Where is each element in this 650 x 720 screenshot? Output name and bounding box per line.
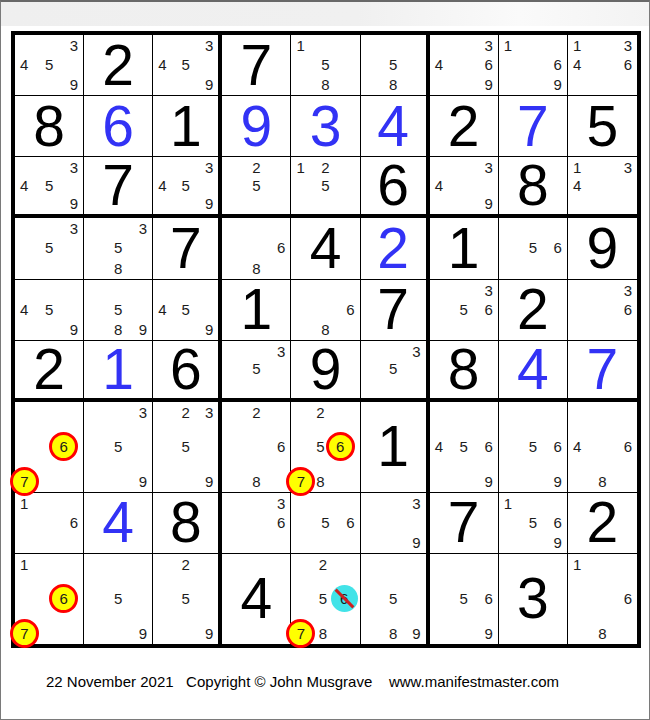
candidate-slot: 5 [315,513,336,532]
cell-r2c9[interactable]: 5 [568,96,637,157]
candidate-digit: 9 [70,77,78,92]
candidate-slot: 9 [474,74,495,93]
candidate-slot: 5 [453,584,474,613]
cell-r2c8[interactable]: 7 [499,96,568,157]
candidate-slot: 9 [544,74,565,93]
candidate-digit: 6 [484,591,492,606]
footer-copyright: Copyright © John Musgrave [186,673,372,690]
given-digit: 2 [430,96,498,156]
given-digit: 6 [153,341,218,398]
cell-r4c3[interactable]: 7 [153,218,222,279]
cell-r7c3[interactable]: 2359 [153,402,222,493]
given-digit: 9 [291,341,359,398]
candidate-slot: 5 [522,432,543,461]
candidate-slot: 4 [17,176,38,194]
candidate-slot: 1 [570,36,592,55]
candidate-digit: 5 [182,302,190,317]
candidate-digit: 1 [573,160,581,175]
solved-digit: 4 [84,493,152,553]
cell-r8c9[interactable]: 2 [568,493,637,554]
candidate-digit: 8 [252,261,260,276]
candidate-slot: 2 [315,158,336,176]
cell-r8c5[interactable]: 56 [291,493,360,554]
candidate-digit: 8 [252,474,260,489]
candidate-digit: 9 [412,626,420,641]
cell-r6c5[interactable]: 9 [291,341,360,402]
candidate-slot: 4 [570,432,592,461]
cell-r9c8[interactable]: 3 [499,554,568,644]
cell-r5c7[interactable]: 356 [430,280,499,341]
candidate-slot: 9 [196,74,216,93]
candidate-digit: 5 [182,591,190,606]
candidate-slot: 4 [155,55,175,74]
candidate-digit: 5 [252,178,260,193]
candidate-slot: 5 [315,176,336,194]
candidate-digit: 2 [321,160,329,175]
candidate-slot: 7 [17,613,39,642]
candidate-slot: 7 [293,613,315,642]
candidate-digit: 1 [504,38,512,53]
candidate-slot: 6 [267,432,288,461]
candidate-digit: 3 [205,160,213,175]
candidate-digit: 9 [554,474,562,489]
cell-r3c9[interactable]: 134 [568,157,637,218]
candidate-digit: 6 [484,302,492,317]
cell-r7c2[interactable]: 359 [84,402,153,493]
candidate-digit: 8 [598,474,606,489]
candidate-slot: 4 [570,176,592,194]
cell-r7c7[interactable]: 4569 [430,402,499,493]
candidate-digit: 6 [484,57,492,72]
candidate-slot: 1 [501,36,522,55]
candidate-slot: 9 [544,532,565,551]
cell-r2c7[interactable]: 2 [430,96,499,157]
highlighted-candidate: 6 [49,432,78,461]
cell-r5c4[interactable]: 1 [222,280,291,341]
solved-digit: 4 [361,96,426,156]
candidate-digit: 2 [182,405,190,420]
candidate-digit: 8 [114,261,122,276]
cell-r8c3[interactable]: 8 [153,493,222,554]
cell-r5c9[interactable]: 36 [568,280,637,341]
cell-r1c5[interactable]: 158 [291,35,360,96]
candidate-slot: 1 [501,494,522,513]
candidate-digit: 4 [435,57,443,72]
candidate-slot: 5 [383,55,403,74]
cell-r2c6[interactable]: 4 [361,96,430,157]
candidate-digit: 6 [624,591,632,606]
candidate-slot: 5 [522,513,543,532]
cell-r3c8[interactable]: 8 [499,157,568,218]
candidate-slot: 3 [474,158,495,176]
cell-r4c2[interactable]: 358 [84,218,153,279]
candidate-digit: 6 [554,57,562,72]
cell-r6c7[interactable]: 8 [430,341,499,402]
cell-r3c4[interactable]: 25 [222,157,291,218]
cell-r8c8[interactable]: 1569 [499,493,568,554]
cell-r5c5[interactable]: 68 [291,280,360,341]
cell-r6c6[interactable]: 35 [361,341,430,402]
solved-digit: 6 [84,96,152,156]
candidate-slot: 2 [315,403,325,432]
candidate-digit: 8 [321,322,329,337]
candidate-slot: 4 [155,300,175,319]
candidate-slot: 6 [544,513,565,532]
cell-r9c9[interactable]: 168 [568,554,637,644]
cell-r9c1[interactable]: 167 [15,554,84,644]
candidate-slot: 5 [453,300,474,319]
candidate-digit: 6 [277,515,285,530]
cell-r5c8[interactable]: 2 [499,280,568,341]
candidate-slot: 9 [196,613,216,642]
candidate-slot: 1 [570,555,592,584]
cell-r7c8[interactable]: 569 [499,402,568,493]
candidate-digit: 5 [114,240,122,255]
given-digit: 2 [499,280,567,340]
candidate-slot: 6 [613,300,635,319]
candidate-digit: 9 [205,474,213,489]
cell-r9c2[interactable]: 59 [84,554,153,644]
candidate-slot: 6 [474,55,495,74]
candidate-digit: 3 [624,38,632,53]
cell-r7c1[interactable]: 67 [15,402,84,493]
given-digit: 1 [222,280,290,340]
candidate-slot: 5 [107,300,128,319]
cell-r1c8[interactable]: 169 [499,35,568,96]
candidate-digit: 8 [321,77,329,92]
candidate-digit: 5 [45,302,53,317]
candidate-digit: 1 [20,496,28,511]
candidate-digit: 9 [205,77,213,92]
cell-r4c7[interactable]: 1 [430,218,499,279]
cell-r2c3[interactable]: 1 [153,96,222,157]
cell-r8c7[interactable]: 7 [430,493,499,554]
cell-r3c5[interactable]: 125 [291,157,360,218]
candidate-digit: 1 [573,557,581,572]
candidate-slot: 5 [383,584,403,613]
candidate-slot: 3 [60,219,81,238]
candidate-digit: 5 [316,439,324,454]
cell-r1c9[interactable]: 1346 [568,35,637,96]
cell-r6c1[interactable]: 2 [15,341,84,402]
candidate-digit: 4 [158,57,166,72]
cell-r6c3[interactable]: 6 [153,341,222,402]
cell-r7c6[interactable]: 1 [361,402,430,493]
candidate-digit: 5 [321,515,329,530]
candidate-slot: 8 [592,613,614,642]
given-digit: 2 [568,493,637,553]
candidate-digit: 8 [389,77,397,92]
candidate-slot: 5 [315,55,336,74]
candidate-digit: 8 [319,626,327,641]
candidate-digit: 3 [205,405,213,420]
candidate-digit: 6 [624,302,632,317]
cell-r6c2[interactable]: 1 [84,341,153,402]
candidate-slot: 6 [613,432,635,461]
candidate-slot: 6 [474,584,495,613]
cell-r2c2[interactable]: 6 [84,96,153,157]
candidate-digit: 9 [70,196,78,211]
candidate-slot: 6 [49,584,81,613]
candidate-digit: 5 [389,591,397,606]
given-digit: 7 [84,157,152,214]
cell-r9c3[interactable]: 259 [153,554,222,644]
candidate-slot: 3 [613,36,635,55]
candidate-slot: 3 [60,36,81,55]
candidate-digit: 4 [20,57,28,72]
candidate-slot: 9 [196,461,216,490]
candidate-slot: 3 [60,158,81,176]
candidate-slot: 5 [246,176,267,194]
candidate-digit: 9 [484,77,492,92]
cell-r1c1[interactable]: 3459 [15,35,84,96]
candidate-digit: 2 [319,557,327,572]
candidate-digit: 3 [484,283,492,298]
candidate-digit: 9 [554,535,562,550]
candidate-slot: 5 [38,300,59,319]
given-digit: 3 [499,554,567,644]
candidate-slot: 2 [246,403,267,432]
footer-spacer [372,673,389,690]
candidate-slot: 8 [383,74,403,93]
candidate-slot: 6 [336,300,357,319]
candidate-digit: 9 [484,474,492,489]
candidate-slot: 2 [315,555,330,584]
candidate-slot: 6 [336,513,357,532]
candidate-digit: 8 [389,626,397,641]
candidate-digit: 6 [554,439,562,454]
cell-r1c2[interactable]: 2 [84,35,153,96]
candidate-digit: 5 [182,178,190,193]
candidate-slot: 1 [17,555,39,584]
candidate-slot: 5 [383,360,403,378]
candidate-slot: 9 [129,319,150,338]
candidate-slot: 3 [196,158,216,176]
candidate-slot: 6 [613,55,635,74]
candidate-slot: 6 [544,55,565,74]
candidate-digit: 8 [114,322,122,337]
candidate-digit: 9 [139,626,147,641]
candidate-digit: 5 [114,591,122,606]
cell-r6c8[interactable]: 4 [499,341,568,402]
cell-r8c6[interactable]: 39 [361,493,430,554]
cell-r4c8[interactable]: 56 [499,218,568,279]
cell-r9c6[interactable]: 589 [361,554,430,644]
candidate-digit: 4 [20,178,28,193]
candidate-slot: 5 [522,238,543,257]
cell-r1c7[interactable]: 3469 [430,35,499,96]
cell-r8c1[interactable]: 16 [15,493,84,554]
candidate-digit: 5 [319,591,327,606]
given-digit: 7 [361,280,426,340]
given-digit: 8 [153,493,218,553]
candidate-slot: 3 [613,281,635,300]
cell-r3c6[interactable]: 6 [361,157,430,218]
candidate-digit: 5 [114,439,122,454]
candidate-digit: 3 [277,496,285,511]
candidate-slot: 9 [60,74,81,93]
candidate-digit: 2 [252,160,260,175]
candidate-digit: 3 [277,344,285,359]
candidate-slot: 6 [267,238,288,257]
cell-r9c4[interactable]: 4 [222,554,291,644]
candidate-slot: 3 [474,281,495,300]
candidate-digit: 8 [316,474,324,489]
cell-r1c6[interactable]: 58 [361,35,430,96]
candidate-slot: 9 [474,461,495,490]
cell-r7c4[interactable]: 268 [222,402,291,493]
candidate-slot: 5 [107,584,128,613]
candidate-digit: 6 [277,439,285,454]
candidate-digit: 8 [598,626,606,641]
cell-r4c9[interactable]: 9 [568,218,637,279]
candidate-slot: 9 [60,194,81,212]
candidate-slot: 1 [17,494,38,513]
candidate-digit: 5 [252,361,260,376]
candidate-digit: 5 [529,439,537,454]
candidate-digit: 6 [484,439,492,454]
candidate-slot: 7 [293,461,315,490]
candidate-slot: 3 [403,342,423,360]
candidate-slot: 5 [107,238,128,257]
candidate-slot: 9 [544,461,565,490]
cell-r4c6[interactable]: 2 [361,218,430,279]
candidate-digit: 5 [529,240,537,255]
given-digit: 9 [568,218,637,278]
cell-r2c1[interactable]: 8 [15,96,84,157]
candidate-digit: 3 [70,221,78,236]
cell-r3c3[interactable]: 3459 [153,157,222,218]
candidate-slot: 8 [592,461,614,490]
candidate-digit: 1 [504,496,512,511]
candidate-slot: 3 [403,494,423,513]
candidate-digit: 5 [45,178,53,193]
candidate-digit: 5 [460,591,468,606]
candidate-slot: 3 [196,36,216,55]
candidate-digit: 3 [70,38,78,53]
cell-r5c3[interactable]: 459 [153,280,222,341]
candidate-digit: 9 [205,196,213,211]
candidate-digit: 4 [158,178,166,193]
candidate-digit: 5 [529,515,537,530]
candidate-digit: 1 [573,38,581,53]
solved-digit: 2 [361,218,426,278]
solved-digit: 7 [499,96,567,156]
candidate-slot: 2 [176,555,196,584]
candidate-slot: 9 [474,194,495,212]
candidate-digit: 9 [205,322,213,337]
candidate-slot: 6 [474,300,495,319]
candidate-digit: 2 [252,405,260,420]
footer: 22 November 2021 Copyright © John Musgra… [46,673,559,690]
cell-r2c4[interactable]: 9 [222,96,291,157]
candidate-slot: 6 [544,432,565,461]
candidate-slot: 4 [17,300,38,319]
candidate-slot: 8 [315,613,330,642]
cell-r8c2[interactable]: 4 [84,493,153,554]
highlighted-candidate: 7 [286,467,315,496]
candidate-slot: 4 [432,176,453,194]
solved-digit: 4 [499,341,567,398]
footer-website: www.manifestmaster.com [389,673,559,690]
given-digit: 2 [84,35,152,95]
candidate-slot: 5 [38,238,59,257]
footer-date: 22 November 2021 [46,673,174,690]
candidate-digit: 9 [484,196,492,211]
candidate-digit: 3 [624,283,632,298]
cell-r3c1[interactable]: 3459 [15,157,84,218]
candidate-slot: 6 [331,584,358,613]
candidate-slot: 3 [267,494,288,513]
candidate-digit: 5 [321,57,329,72]
cell-r3c2[interactable]: 7 [84,157,153,218]
candidate-digit: 5 [182,57,190,72]
cell-r1c3[interactable]: 3459 [153,35,222,96]
candidate-slot: 5 [38,176,59,194]
candidate-digit: 4 [435,178,443,193]
candidate-slot: 4 [155,176,175,194]
candidate-slot: 3 [129,403,150,432]
candidate-slot: 8 [315,319,336,338]
given-digit: 7 [222,35,290,95]
cell-r4c4[interactable]: 68 [222,218,291,279]
highlighted-candidate: 6 [49,584,78,613]
cell-r1c4[interactable]: 7 [222,35,291,96]
eliminated-candidate: 6 [331,585,358,612]
candidate-slot: 7 [17,461,39,490]
candidate-slot: 3 [267,342,288,360]
candidate-slot: 5 [176,176,196,194]
candidate-digit: 5 [321,178,329,193]
cell-r9c5[interactable]: 25678 [291,554,360,644]
cell-r7c9[interactable]: 468 [568,402,637,493]
cell-r6c9[interactable]: 7 [568,341,637,402]
solved-digit: 7 [568,341,637,398]
candidate-digit: 9 [139,322,147,337]
candidate-slot: 9 [129,461,150,490]
cell-r3c7[interactable]: 349 [430,157,499,218]
candidate-digit: 4 [573,178,581,193]
cell-r5c6[interactable]: 7 [361,280,430,341]
candidate-digit: 6 [346,302,354,317]
cell-r6c4[interactable]: 35 [222,341,291,402]
cell-r9c7[interactable]: 569 [430,554,499,644]
given-digit: 1 [430,218,498,278]
candidate-digit: 2 [316,405,324,420]
candidate-slot: 2 [246,158,267,176]
candidate-digit: 5 [389,57,397,72]
candidate-digit: 4 [435,439,443,454]
given-digit: 7 [153,218,218,278]
cell-r5c1[interactable]: 459 [15,280,84,341]
candidate-slot: 6 [544,238,565,257]
candidate-slot: 6 [326,432,358,461]
cell-r4c1[interactable]: 35 [15,218,84,279]
solved-digit: 9 [222,96,290,156]
candidate-slot: 3 [613,158,635,176]
sudoku-grid: 3459234597158583469169134686193427534597… [11,31,641,648]
candidate-slot: 5 [315,432,325,461]
given-digit: 5 [568,96,637,156]
cell-r4c5[interactable]: 4 [291,218,360,279]
cell-r7c5[interactable]: 25678 [291,402,360,493]
given-digit: 4 [291,218,359,278]
cell-r8c4[interactable]: 36 [222,493,291,554]
candidate-digit: 9 [412,535,420,550]
given-digit: 7 [430,493,498,553]
cell-r5c2[interactable]: 589 [84,280,153,341]
cell-r2c5[interactable]: 3 [291,96,360,157]
